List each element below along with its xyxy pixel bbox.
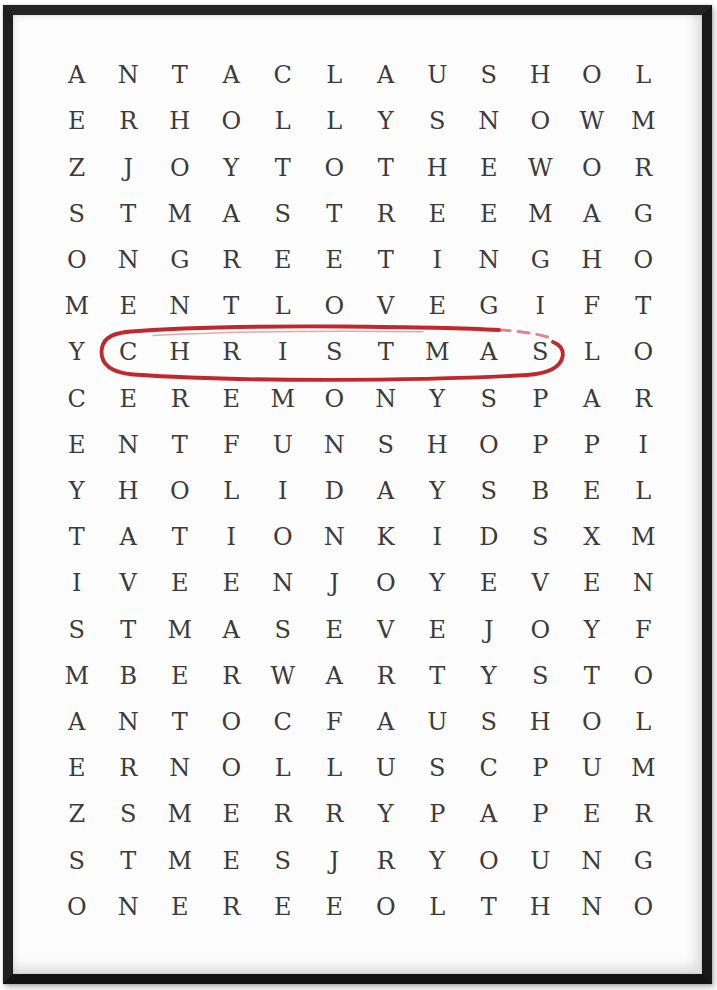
grid-cell: T — [360, 237, 412, 283]
grid-cell: T — [51, 514, 103, 560]
grid-cell: E — [309, 884, 361, 930]
grid-cell: P — [566, 422, 618, 468]
grid-cell: W — [257, 653, 309, 699]
grid-cell: T — [103, 607, 155, 653]
grid-cell: O — [309, 375, 361, 421]
grid-cell: P — [515, 422, 567, 468]
grid-cell: Z — [51, 791, 103, 837]
grid-cell: E — [206, 560, 258, 606]
grid-cell: N — [154, 745, 206, 791]
grid-cell: S — [51, 191, 103, 237]
poster-frame: ANTACLAUSHOLERHOLLYSNOWMZJOYTOTHEWORSTMA… — [3, 5, 712, 984]
grid-cell: E — [51, 98, 103, 144]
grid-cell: W — [515, 144, 567, 190]
grid-cell: S — [463, 52, 515, 98]
grid-cell: T — [103, 838, 155, 884]
grid-cell: J — [309, 560, 361, 606]
grid-cell: O — [566, 144, 618, 190]
grid-cell: M — [515, 191, 567, 237]
grid-cell: Y — [51, 329, 103, 375]
grid-cell: O — [206, 745, 258, 791]
grid-cell: U — [412, 699, 464, 745]
grid-cell: M — [618, 514, 670, 560]
grid-cell: E — [206, 791, 258, 837]
grid-cell: R — [618, 144, 670, 190]
grid-cell: I — [257, 329, 309, 375]
grid-cell: D — [463, 514, 515, 560]
grid-cell: S — [257, 838, 309, 884]
grid-cell: S — [515, 514, 567, 560]
grid-cell: M — [51, 283, 103, 329]
grid-cell: K — [360, 514, 412, 560]
grid-cell: M — [618, 745, 670, 791]
grid-cell: F — [309, 699, 361, 745]
grid-cell: G — [463, 283, 515, 329]
grid-cell: E — [309, 607, 361, 653]
grid-cell: R — [360, 653, 412, 699]
grid-cell: N — [103, 52, 155, 98]
grid-cell: N — [566, 838, 618, 884]
grid-cell: O — [618, 237, 670, 283]
grid-cell: Y — [566, 607, 618, 653]
grid-cell: C — [257, 699, 309, 745]
grid-cell: L — [309, 745, 361, 791]
grid-cell: I — [412, 237, 464, 283]
grid-cell: D — [309, 468, 361, 514]
grid-cell: O — [463, 838, 515, 884]
grid-cell: S — [51, 838, 103, 884]
grid-cell: M — [51, 653, 103, 699]
grid-cell: M — [154, 191, 206, 237]
grid-cell: B — [515, 468, 567, 514]
grid-cell: T — [154, 514, 206, 560]
grid-cell: S — [51, 607, 103, 653]
grid-cell: O — [566, 52, 618, 98]
grid-cell: E — [566, 560, 618, 606]
grid-cell: A — [206, 607, 258, 653]
grid-cell: Z — [51, 144, 103, 190]
grid-cell: I — [206, 514, 258, 560]
grid-cell: A — [206, 52, 258, 98]
grid-cell: L — [618, 699, 670, 745]
grid-cell: Y — [412, 560, 464, 606]
grid-cell: I — [51, 560, 103, 606]
grid-cell: Y — [360, 98, 412, 144]
grid-cell: B — [103, 653, 155, 699]
grid-cell: S — [412, 745, 464, 791]
grid-cell: H — [154, 98, 206, 144]
grid-cell: R — [618, 791, 670, 837]
grid-cell: I — [257, 468, 309, 514]
poster-paper: ANTACLAUSHOLERHOLLYSNOWMZJOYTOTHEWORSTMA… — [13, 15, 702, 974]
grid-cell: I — [412, 514, 464, 560]
grid-cell: N — [103, 699, 155, 745]
grid-cell: L — [412, 884, 464, 930]
grid-cell: H — [515, 699, 567, 745]
grid-cell: T — [309, 191, 361, 237]
grid-cell: L — [618, 52, 670, 98]
grid-cell: C — [51, 375, 103, 421]
grid-cell: H — [154, 329, 206, 375]
grid-cell: O — [309, 283, 361, 329]
grid-cell: A — [360, 699, 412, 745]
grid-cell: U — [515, 838, 567, 884]
grid-cell: M — [618, 98, 670, 144]
grid-cell: O — [360, 884, 412, 930]
grid-cell: J — [463, 607, 515, 653]
grid-cell: O — [515, 98, 567, 144]
grid-cell: V — [360, 283, 412, 329]
grid-cell: J — [309, 838, 361, 884]
grid-cell: V — [360, 607, 412, 653]
grid-cell: N — [463, 98, 515, 144]
grid-cell: F — [206, 422, 258, 468]
grid-cell: T — [206, 283, 258, 329]
grid-cell: L — [309, 98, 361, 144]
grid-cell: A — [206, 191, 258, 237]
grid-cell: L — [309, 52, 361, 98]
grid-cell: L — [206, 468, 258, 514]
grid-cell: S — [309, 329, 361, 375]
grid-cell: Y — [51, 468, 103, 514]
grid-cell: C — [103, 329, 155, 375]
grid-cell: A — [566, 191, 618, 237]
grid-cell: A — [51, 52, 103, 98]
grid-cell: A — [103, 514, 155, 560]
grid-cell: S — [360, 422, 412, 468]
grid-cell: A — [463, 329, 515, 375]
grid-cell: N — [618, 560, 670, 606]
grid-cell: O — [206, 699, 258, 745]
grid-cell: O — [309, 144, 361, 190]
letter-grid: ANTACLAUSHOLERHOLLYSNOWMZJOYTOTHEWORSTMA… — [51, 52, 669, 930]
grid-cell: S — [257, 191, 309, 237]
grid-cell: H — [103, 468, 155, 514]
grid-cell: N — [103, 422, 155, 468]
grid-cell: E — [309, 237, 361, 283]
grid-cell: S — [515, 653, 567, 699]
grid-cell: C — [463, 745, 515, 791]
grid-cell: S — [412, 98, 464, 144]
grid-cell: E — [463, 560, 515, 606]
grid-cell: S — [257, 607, 309, 653]
grid-cell: M — [412, 329, 464, 375]
grid-cell: E — [566, 468, 618, 514]
grid-cell: M — [154, 791, 206, 837]
grid-cell: Y — [412, 838, 464, 884]
grid-cell: E — [412, 191, 464, 237]
grid-cell: H — [412, 422, 464, 468]
grid-cell: N — [360, 375, 412, 421]
grid-cell: F — [566, 283, 618, 329]
grid-cell: N — [309, 422, 361, 468]
grid-cell: M — [257, 375, 309, 421]
grid-cell: Y — [463, 653, 515, 699]
grid-cell: U — [412, 52, 464, 98]
grid-cell: S — [515, 329, 567, 375]
grid-cell: R — [103, 98, 155, 144]
grid-cell: T — [360, 144, 412, 190]
grid-cell: O — [154, 468, 206, 514]
grid-cell: H — [515, 52, 567, 98]
grid-cell: E — [412, 283, 464, 329]
grid-cell: E — [154, 884, 206, 930]
grid-cell: E — [103, 375, 155, 421]
grid-cell: Y — [412, 468, 464, 514]
grid-cell: A — [51, 699, 103, 745]
grid-cell: H — [412, 144, 464, 190]
grid-cell: S — [463, 468, 515, 514]
grid-cell: R — [206, 329, 258, 375]
grid-cell: T — [154, 699, 206, 745]
grid-cell: E — [206, 838, 258, 884]
grid-cell: R — [309, 791, 361, 837]
grid-cell: L — [257, 283, 309, 329]
grid-cell: R — [154, 375, 206, 421]
grid-cell: J — [103, 144, 155, 190]
grid-cell: N — [566, 884, 618, 930]
grid-cell: V — [103, 560, 155, 606]
grid-cell: I — [618, 422, 670, 468]
grid-cell: N — [257, 560, 309, 606]
grid-cell: E — [566, 791, 618, 837]
grid-cell: O — [463, 422, 515, 468]
grid-cell: O — [618, 329, 670, 375]
grid-cell: A — [463, 791, 515, 837]
grid-cell: O — [515, 607, 567, 653]
grid-cell: G — [618, 838, 670, 884]
grid-cell: E — [51, 422, 103, 468]
grid-cell: E — [154, 560, 206, 606]
grid-cell: P — [515, 791, 567, 837]
grid-cell: O — [154, 144, 206, 190]
grid-cell: T — [463, 884, 515, 930]
grid-cell: E — [206, 375, 258, 421]
grid-cell: I — [515, 283, 567, 329]
grid-cell: A — [566, 375, 618, 421]
grid-cell: N — [463, 237, 515, 283]
grid-cell: U — [360, 745, 412, 791]
grid-cell: O — [257, 514, 309, 560]
grid-cell: G — [618, 191, 670, 237]
grid-cell: R — [103, 745, 155, 791]
grid-cell: T — [154, 52, 206, 98]
grid-cell: Y — [360, 791, 412, 837]
grid-cell: E — [154, 653, 206, 699]
grid-cell: G — [154, 237, 206, 283]
grid-cell: X — [566, 514, 618, 560]
grid-cell: O — [360, 560, 412, 606]
grid-cell: R — [360, 191, 412, 237]
grid-cell: E — [257, 237, 309, 283]
grid-cell: L — [257, 98, 309, 144]
grid-cell: M — [154, 607, 206, 653]
grid-cell: S — [463, 699, 515, 745]
grid-cell: T — [103, 191, 155, 237]
grid-cell: L — [566, 329, 618, 375]
grid-cell: U — [566, 745, 618, 791]
grid-cell: M — [154, 838, 206, 884]
grid-cell: O — [566, 699, 618, 745]
grid-cell: E — [412, 607, 464, 653]
grid-cell: G — [515, 237, 567, 283]
grid-cell: E — [257, 884, 309, 930]
grid-cell: H — [515, 884, 567, 930]
grid-cell: Y — [206, 144, 258, 190]
grid-cell: C — [257, 52, 309, 98]
grid-cell: T — [566, 653, 618, 699]
grid-cell: P — [412, 791, 464, 837]
grid-cell: T — [360, 329, 412, 375]
grid-cell: E — [463, 144, 515, 190]
grid-cell: R — [618, 375, 670, 421]
grid-cell: T — [257, 144, 309, 190]
grid-cell: T — [154, 422, 206, 468]
grid-cell: O — [51, 884, 103, 930]
grid-cell: E — [51, 745, 103, 791]
grid-cell: P — [515, 375, 567, 421]
grid-cell: T — [412, 653, 464, 699]
grid-cell: H — [566, 237, 618, 283]
grid-cell: A — [309, 653, 361, 699]
grid-cell: N — [103, 237, 155, 283]
grid-cell: S — [103, 791, 155, 837]
grid-cell: W — [566, 98, 618, 144]
grid-cell: A — [360, 468, 412, 514]
grid-cell: U — [257, 422, 309, 468]
grid-cell: T — [618, 283, 670, 329]
grid-cell: N — [154, 283, 206, 329]
grid-cell: N — [103, 884, 155, 930]
grid-cell: R — [257, 791, 309, 837]
grid-cell: A — [360, 52, 412, 98]
grid-cell: P — [515, 745, 567, 791]
grid-cell: O — [618, 884, 670, 930]
grid-cell: O — [206, 98, 258, 144]
grid-cell: E — [463, 191, 515, 237]
grid-cell: Y — [412, 375, 464, 421]
grid-cell: V — [515, 560, 567, 606]
grid-cell: R — [360, 838, 412, 884]
grid-cell: S — [463, 375, 515, 421]
grid-cell: R — [206, 653, 258, 699]
grid-cell: O — [618, 653, 670, 699]
grid-cell: N — [309, 514, 361, 560]
grid-cell: F — [618, 607, 670, 653]
grid-cell: O — [51, 237, 103, 283]
grid-cell: L — [257, 745, 309, 791]
grid-cell: E — [103, 283, 155, 329]
grid-cell: L — [618, 468, 670, 514]
grid-cell: R — [206, 884, 258, 930]
grid-cell: R — [206, 237, 258, 283]
